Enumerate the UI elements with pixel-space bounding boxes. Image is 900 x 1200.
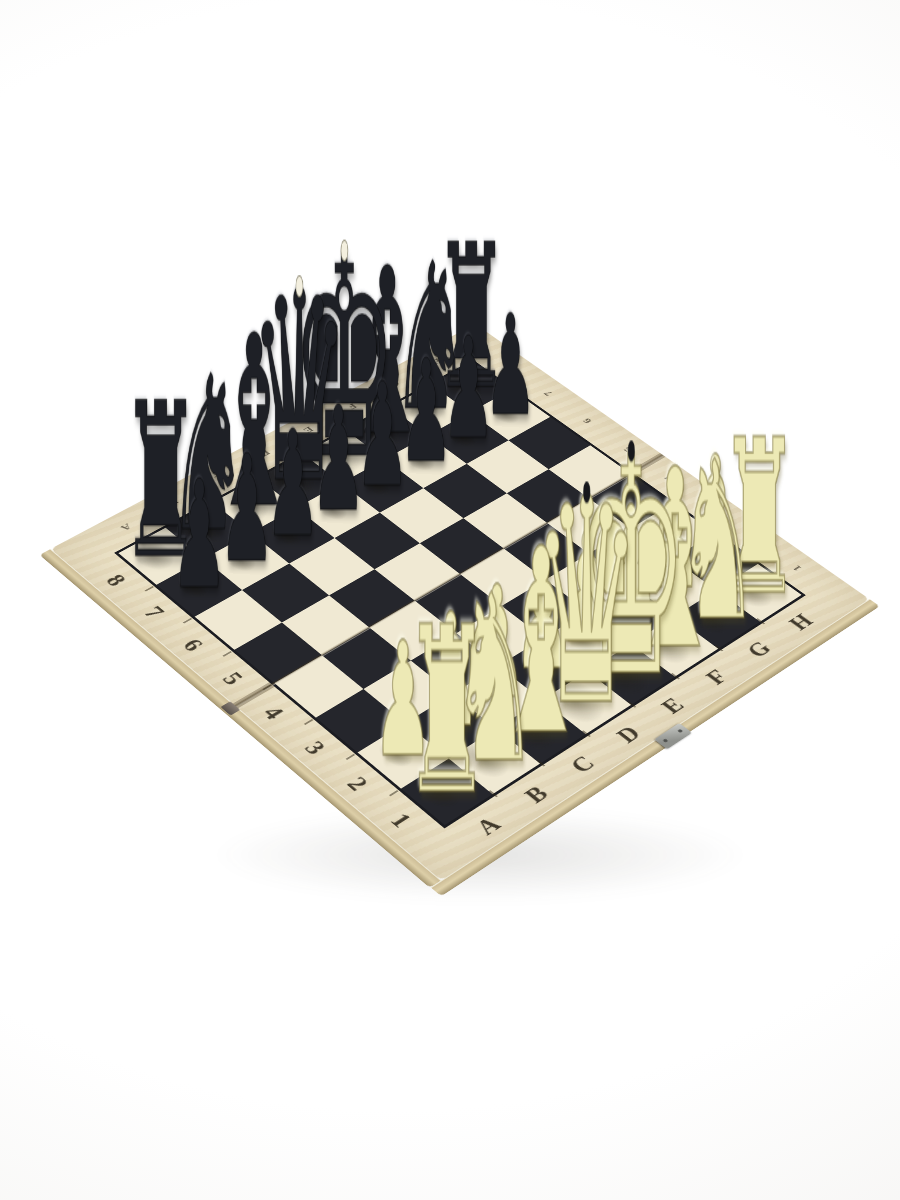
rank-label-2-far: 2 (746, 532, 761, 542)
square-b2 (406, 694, 496, 758)
rank-label-2-near: 2 (341, 772, 375, 795)
rank-label-6-far: 6 (580, 416, 595, 425)
border-tick (489, 790, 498, 797)
square-f2 (588, 584, 674, 643)
square-d4 (415, 574, 501, 633)
square-c5 (329, 569, 415, 628)
file-label-E-near: E (655, 693, 690, 718)
rank-label-5-far: 5 (620, 444, 635, 453)
rank-label-7-far: 7 (541, 389, 556, 398)
file-label-G-far: G (386, 378, 403, 389)
square-c3 (410, 633, 498, 694)
file-label-B-near: B (518, 781, 554, 808)
rank-label-3-far: 3 (703, 502, 718, 512)
white-finial-tip-icon (340, 240, 348, 262)
border-tick (582, 730, 591, 737)
square-e1 (587, 643, 675, 705)
file-label-C-near: C (564, 751, 601, 778)
square-d2 (499, 638, 587, 699)
fold-seam-notch-near (233, 682, 275, 708)
border-tick (671, 673, 680, 679)
rank-label-4-near: 4 (257, 702, 290, 724)
rank-label-1-far: 1 (790, 563, 805, 573)
square-d3 (456, 606, 543, 666)
file-label-F-near: F (700, 665, 734, 689)
rank-label-3-near: 3 (298, 737, 331, 759)
rank-label-8-near: 8 (100, 570, 132, 590)
rank-label-7-near: 7 (138, 602, 170, 622)
file-label-A-near: A (470, 812, 507, 840)
board-top-face: 8H8H7G7G6F6F5E5E4D4D3C3C2B2B1A1A (51, 324, 870, 880)
border-tick (183, 618, 192, 624)
photo-scene: 8H8H7G7G6F6F5E5E4D4D3C3C2B2B1A1A ♜♞♝♛♚♝♞… (0, 0, 900, 1200)
border-tick (627, 701, 636, 708)
border-tick (389, 790, 399, 796)
square-a3 (316, 689, 406, 753)
square-c2 (453, 666, 542, 729)
square-a6 (195, 590, 282, 650)
square-g1 (674, 590, 760, 649)
square-b6 (242, 564, 328, 622)
border-tick (346, 754, 355, 760)
square-b4 (322, 627, 410, 688)
file-label-H-far: H (427, 356, 444, 367)
playing-area (114, 360, 806, 829)
file-label-D-far: D (256, 447, 273, 458)
file-label-E-far: E (300, 424, 316, 435)
square-f1 (631, 616, 718, 676)
square-d1 (542, 671, 631, 734)
square-c1 (496, 699, 586, 763)
rank-label-6-near: 6 (177, 635, 210, 656)
file-label-H-near: H (783, 610, 819, 635)
square-a1 (401, 758, 493, 825)
file-label-C-far: C (211, 471, 228, 483)
square-b3 (364, 660, 453, 723)
square-c4 (369, 600, 456, 660)
square-b1 (449, 728, 540, 794)
fold-seam-notch-far (630, 453, 666, 475)
square-a4 (274, 655, 363, 717)
square-e2 (544, 611, 631, 671)
border-tick (304, 719, 313, 725)
chess-board: 8H8H7G7G6F6F5E5E4D4D3C3C2B2B1A1A ♜♞♝♛♚♝♞… (51, 324, 870, 880)
border-tick (536, 760, 545, 767)
border-tick (757, 618, 766, 624)
square-a7 (156, 558, 242, 616)
square-a2 (358, 723, 449, 788)
square-e3 (501, 579, 587, 638)
file-label-F-far: F (344, 401, 360, 411)
rank-label-8-far: 8 (502, 362, 517, 371)
border-tick (144, 586, 153, 591)
white-finial-tip-icon (296, 276, 303, 297)
border-tick (262, 684, 271, 690)
border-tick (222, 651, 231, 657)
square-b5 (282, 595, 369, 655)
rank-label-4-far: 4 (661, 473, 676, 482)
border-tick (714, 645, 723, 651)
file-label-A-far: A (117, 521, 134, 533)
file-label-G-near: G (741, 637, 777, 662)
square-a5 (234, 622, 322, 683)
file-label-D-near: D (610, 721, 646, 747)
file-label-B-far: B (165, 496, 181, 507)
rank-label-5-near: 5 (216, 668, 249, 689)
rank-label-1-near: 1 (384, 809, 418, 833)
